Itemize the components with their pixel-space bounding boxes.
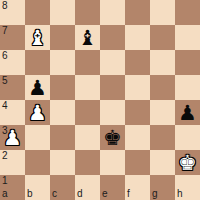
square-e8[interactable] [100, 0, 125, 25]
square-d1[interactable]: d [75, 175, 100, 200]
rank-label-1: 1 [2, 176, 8, 186]
square-e6[interactable] [100, 50, 125, 75]
square-f3[interactable] [125, 125, 150, 150]
chess-board: 87♝♝65♟4♟♟3♟♚2♚1abcdefgh [0, 0, 200, 200]
square-d5[interactable] [75, 75, 100, 100]
file-label-g: g [152, 189, 158, 199]
square-e1[interactable]: e [100, 175, 125, 200]
square-d2[interactable] [75, 150, 100, 175]
square-c5[interactable] [50, 75, 75, 100]
square-a3[interactable]: 3♟ [0, 125, 25, 150]
square-b5[interactable]: ♟ [25, 75, 50, 100]
square-g4[interactable] [150, 100, 175, 125]
rank-label-5: 5 [2, 76, 8, 86]
square-h4[interactable]: ♟ [175, 100, 200, 125]
black-pawn[interactable]: ♟ [175, 100, 200, 125]
square-c3[interactable] [50, 125, 75, 150]
file-label-h: h [177, 189, 183, 199]
square-e5[interactable] [100, 75, 125, 100]
square-c2[interactable] [50, 150, 75, 175]
square-g6[interactable] [150, 50, 175, 75]
white-bishop[interactable]: ♝ [25, 25, 50, 50]
black-pawn[interactable]: ♟ [25, 75, 50, 100]
square-h5[interactable] [175, 75, 200, 100]
square-c7[interactable] [50, 25, 75, 50]
square-a5[interactable]: 5 [0, 75, 25, 100]
square-h6[interactable] [175, 50, 200, 75]
square-a4[interactable]: 4 [0, 100, 25, 125]
square-g7[interactable] [150, 25, 175, 50]
rank-label-4: 4 [2, 101, 8, 111]
file-label-b: b [27, 189, 33, 199]
square-b3[interactable] [25, 125, 50, 150]
file-label-d: d [77, 189, 83, 199]
file-label-e: e [102, 189, 108, 199]
square-d8[interactable] [75, 0, 100, 25]
square-f7[interactable] [125, 25, 150, 50]
square-b4[interactable]: ♟ [25, 100, 50, 125]
square-b8[interactable] [25, 0, 50, 25]
square-f8[interactable] [125, 0, 150, 25]
white-pawn[interactable]: ♟ [25, 100, 50, 125]
square-a8[interactable]: 8 [0, 0, 25, 25]
square-c4[interactable] [50, 100, 75, 125]
square-g8[interactable] [150, 0, 175, 25]
square-e3[interactable]: ♚ [100, 125, 125, 150]
black-king[interactable]: ♚ [100, 125, 125, 150]
square-h2[interactable]: ♚ [175, 150, 200, 175]
square-g2[interactable] [150, 150, 175, 175]
square-b2[interactable] [25, 150, 50, 175]
square-e2[interactable] [100, 150, 125, 175]
square-c1[interactable]: c [50, 175, 75, 200]
square-h7[interactable] [175, 25, 200, 50]
square-a7[interactable]: 7 [0, 25, 25, 50]
white-king[interactable]: ♚ [175, 150, 200, 175]
square-a2[interactable]: 2 [0, 150, 25, 175]
square-c8[interactable] [50, 0, 75, 25]
rank-label-8: 8 [2, 1, 8, 11]
square-d4[interactable] [75, 100, 100, 125]
rank-label-7: 7 [2, 26, 8, 36]
square-b7[interactable]: ♝ [25, 25, 50, 50]
black-bishop[interactable]: ♝ [75, 25, 100, 50]
square-b6[interactable] [25, 50, 50, 75]
square-g3[interactable] [150, 125, 175, 150]
square-f5[interactable] [125, 75, 150, 100]
square-e7[interactable] [100, 25, 125, 50]
square-a6[interactable]: 6 [0, 50, 25, 75]
square-g5[interactable] [150, 75, 175, 100]
square-f1[interactable]: f [125, 175, 150, 200]
rank-label-2: 2 [2, 151, 8, 161]
rank-label-6: 6 [2, 51, 8, 61]
square-f4[interactable] [125, 100, 150, 125]
square-f2[interactable] [125, 150, 150, 175]
file-label-f: f [127, 189, 130, 199]
square-h3[interactable] [175, 125, 200, 150]
square-d3[interactable] [75, 125, 100, 150]
square-f6[interactable] [125, 50, 150, 75]
square-e4[interactable] [100, 100, 125, 125]
square-d6[interactable] [75, 50, 100, 75]
file-label-a: a [2, 189, 8, 199]
square-g1[interactable]: g [150, 175, 175, 200]
white-pawn[interactable]: ♟ [0, 125, 25, 150]
square-c6[interactable] [50, 50, 75, 75]
square-h8[interactable] [175, 0, 200, 25]
square-b1[interactable]: b [25, 175, 50, 200]
square-h1[interactable]: h [175, 175, 200, 200]
file-label-c: c [52, 189, 57, 199]
square-a1[interactable]: 1a [0, 175, 25, 200]
square-d7[interactable]: ♝ [75, 25, 100, 50]
